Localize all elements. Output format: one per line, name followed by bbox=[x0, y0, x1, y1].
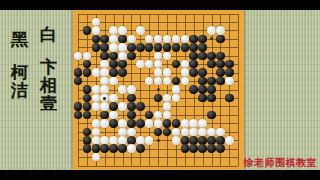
white-stone bbox=[181, 60, 190, 69]
white-stone bbox=[92, 68, 101, 77]
black-stone bbox=[136, 144, 145, 153]
white-stone bbox=[92, 128, 101, 137]
white-stone bbox=[109, 136, 118, 145]
white-stone bbox=[118, 119, 127, 128]
white-stone bbox=[172, 94, 181, 103]
white-stone bbox=[109, 26, 118, 35]
black-stone bbox=[100, 52, 109, 61]
black-stone bbox=[207, 136, 216, 145]
black-stone bbox=[100, 111, 109, 120]
white-stone bbox=[163, 77, 172, 86]
black-stone bbox=[109, 60, 118, 69]
black-stone bbox=[172, 60, 181, 69]
black-stone bbox=[207, 85, 216, 94]
white-stone bbox=[163, 52, 172, 61]
white-label: 白 bbox=[39, 26, 58, 44]
white-stone bbox=[118, 52, 127, 61]
white-stone bbox=[118, 43, 127, 52]
black-stone bbox=[216, 68, 225, 77]
white-stone bbox=[92, 153, 101, 162]
white-stone bbox=[100, 60, 109, 69]
white-stone bbox=[163, 102, 172, 111]
white-stone bbox=[216, 26, 225, 35]
grid-line-horizontal bbox=[78, 166, 238, 167]
black-stone bbox=[216, 136, 225, 145]
black-player-name: 柯洁 bbox=[10, 64, 29, 100]
last-move-marker bbox=[103, 97, 106, 100]
white-stone bbox=[154, 35, 163, 44]
white-stone bbox=[109, 77, 118, 86]
black-stone bbox=[207, 144, 216, 153]
black-stone bbox=[207, 60, 216, 69]
white-stone bbox=[145, 60, 154, 69]
white-stone bbox=[100, 85, 109, 94]
white-stone bbox=[163, 111, 172, 120]
black-stone bbox=[181, 144, 190, 153]
white-stone bbox=[118, 26, 127, 35]
white-stone bbox=[100, 136, 109, 145]
black-stone bbox=[118, 35, 127, 44]
black-stone bbox=[83, 85, 92, 94]
white-stone bbox=[92, 94, 101, 103]
black-stone bbox=[145, 43, 154, 52]
black-stone bbox=[172, 77, 181, 86]
black-stone bbox=[127, 136, 136, 145]
white-stone bbox=[127, 35, 136, 44]
white-stone bbox=[154, 52, 163, 61]
white-stone bbox=[145, 35, 154, 44]
white-stone bbox=[92, 119, 101, 128]
black-stone bbox=[118, 68, 127, 77]
black-stone bbox=[145, 111, 154, 120]
black-stone bbox=[109, 68, 118, 77]
black-stone bbox=[189, 52, 198, 61]
black-stone bbox=[154, 128, 163, 137]
black-stone bbox=[92, 35, 101, 44]
black-stone bbox=[154, 43, 163, 52]
black-stone bbox=[83, 26, 92, 35]
black-stone bbox=[216, 60, 225, 69]
black-stone bbox=[181, 136, 190, 145]
black-stone bbox=[207, 77, 216, 86]
white-stone bbox=[181, 68, 190, 77]
white-stone bbox=[109, 111, 118, 120]
white-stone bbox=[207, 26, 216, 35]
white-stone bbox=[225, 136, 234, 145]
black-stone bbox=[127, 102, 136, 111]
black-stone bbox=[189, 68, 198, 77]
black-stone bbox=[207, 52, 216, 61]
letterbox-top-bar bbox=[0, 0, 320, 10]
black-stone bbox=[189, 60, 198, 69]
white-stone bbox=[109, 43, 118, 52]
white-stone bbox=[145, 136, 154, 145]
black-stone bbox=[198, 85, 207, 94]
black-stone bbox=[127, 119, 136, 128]
black-stone bbox=[127, 94, 136, 103]
white-stone bbox=[207, 128, 216, 137]
black-stone bbox=[83, 60, 92, 69]
black-stone bbox=[74, 102, 83, 111]
star-point bbox=[157, 139, 160, 142]
white-stone bbox=[216, 128, 225, 137]
white-stone bbox=[145, 119, 154, 128]
white-stone bbox=[109, 35, 118, 44]
black-stone bbox=[92, 43, 101, 52]
white-stone bbox=[145, 77, 154, 86]
black-stone bbox=[118, 144, 127, 153]
black-stone bbox=[100, 144, 109, 153]
white-stone bbox=[92, 136, 101, 145]
white-stone bbox=[92, 102, 101, 111]
black-stone bbox=[74, 111, 83, 120]
white-stone bbox=[92, 85, 101, 94]
white-stone bbox=[83, 52, 92, 61]
black-stone bbox=[198, 52, 207, 61]
white-stone bbox=[181, 119, 190, 128]
black-stone bbox=[172, 43, 181, 52]
black-stone bbox=[74, 68, 83, 77]
white-stone bbox=[198, 119, 207, 128]
white-stone bbox=[172, 35, 181, 44]
white-stone bbox=[154, 68, 163, 77]
black-stone bbox=[136, 43, 145, 52]
black-stone bbox=[100, 43, 109, 52]
black-stone bbox=[216, 144, 225, 153]
white-stone bbox=[181, 128, 190, 137]
black-stone bbox=[109, 144, 118, 153]
black-stone bbox=[127, 43, 136, 52]
black-stone bbox=[216, 52, 225, 61]
white-stone bbox=[172, 85, 181, 94]
white-stone bbox=[136, 136, 145, 145]
white-stone bbox=[163, 68, 172, 77]
white-stone bbox=[163, 94, 172, 103]
black-stone bbox=[207, 94, 216, 103]
black-stone bbox=[189, 35, 198, 44]
black-stone bbox=[127, 111, 136, 120]
black-stone bbox=[189, 85, 198, 94]
white-stone bbox=[127, 144, 136, 153]
white-stone bbox=[118, 102, 127, 111]
black-stone bbox=[225, 60, 234, 69]
white-stone bbox=[154, 119, 163, 128]
white-stone bbox=[136, 60, 145, 69]
black-stone bbox=[83, 94, 92, 103]
white-stone bbox=[181, 35, 190, 44]
black-stone bbox=[198, 68, 207, 77]
black-stone bbox=[198, 94, 207, 103]
black-stone bbox=[83, 102, 92, 111]
white-stone bbox=[163, 35, 172, 44]
black-stone bbox=[163, 128, 172, 137]
white-stone bbox=[74, 52, 83, 61]
white-stone bbox=[109, 94, 118, 103]
black-stone bbox=[189, 144, 198, 153]
white-stone bbox=[189, 128, 198, 137]
white-stone bbox=[100, 102, 109, 111]
black-stone bbox=[198, 136, 207, 145]
white-stone bbox=[100, 77, 109, 86]
white-stone bbox=[136, 26, 145, 35]
black-stone bbox=[118, 60, 127, 69]
black-stone bbox=[83, 144, 92, 153]
white-stone bbox=[118, 85, 127, 94]
white-stone bbox=[225, 77, 234, 86]
black-stone bbox=[100, 35, 109, 44]
classroom-caption: 徐老师围棋教室 bbox=[244, 156, 318, 170]
white-stone bbox=[118, 136, 127, 145]
go-board bbox=[73, 10, 244, 170]
white-stone bbox=[181, 77, 190, 86]
black-stone bbox=[83, 111, 92, 120]
white-stone bbox=[154, 77, 163, 86]
black-stone bbox=[109, 102, 118, 111]
black-player-caption: 黑 柯洁 bbox=[10, 31, 29, 100]
white-stone bbox=[92, 26, 101, 35]
black-stone bbox=[216, 77, 225, 86]
black-stone bbox=[198, 35, 207, 44]
white-player-caption: 白 卞相壹 bbox=[39, 26, 58, 112]
black-stone bbox=[198, 77, 207, 86]
grid-line-horizontal bbox=[78, 157, 238, 158]
black-stone bbox=[109, 52, 118, 61]
black-stone bbox=[225, 94, 234, 103]
black-stone bbox=[189, 136, 198, 145]
white-stone bbox=[92, 18, 101, 27]
black-stone bbox=[83, 68, 92, 77]
white-stone bbox=[127, 128, 136, 137]
white-stone bbox=[172, 128, 181, 137]
black-stone bbox=[83, 136, 92, 145]
black-stone bbox=[163, 43, 172, 52]
black-stone bbox=[136, 119, 145, 128]
black-stone bbox=[189, 43, 198, 52]
black-stone bbox=[136, 102, 145, 111]
black-stone bbox=[163, 119, 172, 128]
white-player-name: 卞相壹 bbox=[39, 59, 58, 113]
white-stone bbox=[100, 68, 109, 77]
white-stone bbox=[100, 119, 109, 128]
grid-line-vertical bbox=[238, 14, 239, 166]
content-area: 黑 柯洁 白 卞相壹 徐老师围棋教室 bbox=[0, 10, 320, 170]
white-stone bbox=[154, 111, 163, 120]
black-stone bbox=[127, 52, 136, 61]
white-stone bbox=[127, 85, 136, 94]
white-stone bbox=[118, 128, 127, 137]
letterbox-bottom-bar bbox=[0, 170, 320, 180]
star-point bbox=[210, 37, 213, 40]
black-stone bbox=[198, 43, 207, 52]
black-stone bbox=[83, 128, 92, 137]
black-stone bbox=[216, 35, 225, 44]
black-stone bbox=[198, 144, 207, 153]
black-stone bbox=[74, 77, 83, 86]
black-stone bbox=[172, 119, 181, 128]
star-point bbox=[157, 88, 160, 91]
black-stone bbox=[109, 119, 118, 128]
black-stone bbox=[154, 94, 163, 103]
white-stone bbox=[172, 136, 181, 145]
black-stone bbox=[92, 144, 101, 153]
black-label: 黑 bbox=[10, 31, 29, 49]
white-stone bbox=[154, 60, 163, 69]
white-stone bbox=[198, 128, 207, 137]
black-stone bbox=[207, 111, 216, 120]
white-stone bbox=[189, 119, 198, 128]
black-stone bbox=[181, 43, 190, 52]
black-stone bbox=[225, 68, 234, 77]
